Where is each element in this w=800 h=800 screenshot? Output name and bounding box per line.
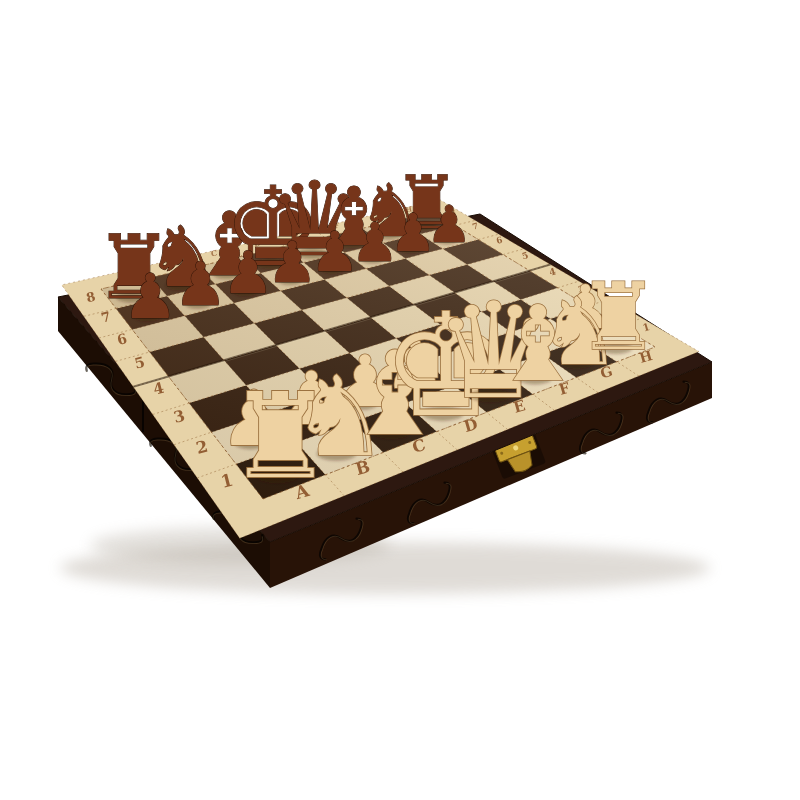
chess-set-photo: 1122334455667788AABBCCDDEEFFGGHH♜♞♝♚♛♝♞♜… <box>0 0 800 800</box>
piece-dark-pawn-h7: ♟ <box>426 195 472 254</box>
product-photo: 1122334455667788AABBCCDDEEFFGGHH♜♞♝♚♛♝♞♜… <box>0 0 800 800</box>
piece-dark-pawn-a7: ♟ <box>122 260 178 333</box>
piece-dark-pawn-b7: ♟ <box>173 249 227 319</box>
piece-light-rook-h1: ♜ <box>577 263 660 371</box>
